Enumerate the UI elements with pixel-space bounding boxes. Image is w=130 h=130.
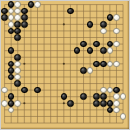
white-stone: [34, 1, 41, 8]
go-board[interactable]: [1, 1, 129, 129]
white-stone: [1, 100, 8, 107]
black-stone: [61, 93, 68, 100]
black-stone: [93, 100, 100, 107]
white-stone: [100, 28, 107, 35]
white-stone: [14, 1, 21, 8]
black-stone: [100, 47, 107, 54]
black-stone: [67, 8, 74, 15]
white-stone: [113, 41, 120, 48]
star-point: [23, 63, 25, 65]
star-point: [63, 63, 65, 65]
black-stone: [93, 61, 100, 68]
white-stone: [14, 100, 21, 107]
black-stone: [14, 54, 21, 61]
black-stone: [80, 67, 87, 74]
board-edge-shadow-bottom: [1, 127, 129, 129]
white-stone: [113, 61, 120, 68]
black-stone: [14, 80, 21, 87]
white-stone: [87, 67, 94, 74]
white-stone: [120, 113, 127, 120]
black-stone: [100, 61, 107, 68]
black-stone: [100, 21, 107, 28]
black-stone: [80, 41, 87, 48]
white-stone: [14, 67, 21, 74]
star-point: [63, 102, 65, 104]
black-stone: [1, 14, 8, 21]
white-stone: [113, 93, 120, 100]
black-stone: [67, 100, 74, 107]
white-stone: [113, 107, 120, 114]
black-stone: [93, 93, 100, 100]
black-stone: [87, 21, 94, 28]
black-stone: [14, 34, 21, 41]
black-stone: [74, 47, 81, 54]
black-stone: [100, 93, 107, 100]
go-board-frame: [0, 0, 130, 130]
black-stone: [100, 100, 107, 107]
white-stone: [113, 28, 120, 35]
black-stone: [21, 21, 28, 28]
star-point: [63, 23, 65, 25]
white-stone: [113, 14, 120, 21]
black-stone: [80, 93, 87, 100]
white-stone: [113, 100, 120, 107]
white-stone: [107, 47, 114, 54]
board-edge-shadow-right: [127, 1, 129, 129]
black-stone: [21, 87, 28, 94]
star-point: [23, 102, 25, 104]
